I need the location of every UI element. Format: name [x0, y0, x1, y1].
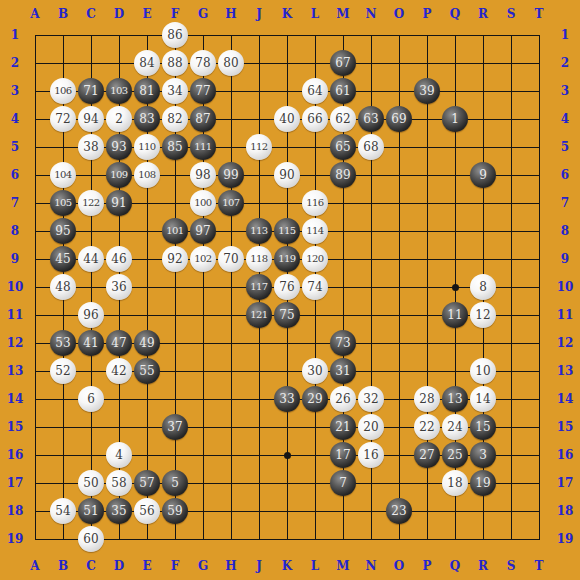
stone-H2[interactable]: 80	[218, 50, 244, 76]
stone-E18[interactable]: 56	[134, 498, 160, 524]
stone-L13[interactable]: 30	[302, 358, 328, 384]
row-label-12: 12	[550, 329, 580, 357]
stone-R16[interactable]: 3	[470, 442, 496, 468]
stone-R13[interactable]: 10	[470, 358, 496, 384]
column-label-K: K	[273, 6, 301, 22]
column-label-B: B	[49, 6, 77, 22]
stone-M12[interactable]: 73	[330, 330, 356, 356]
stone-B4[interactable]: 72	[50, 106, 76, 132]
stone-C17[interactable]: 50	[78, 470, 104, 496]
stone-D18[interactable]: 35	[106, 498, 132, 524]
stone-C11[interactable]: 96	[78, 302, 104, 328]
stone-O4[interactable]: 69	[386, 106, 412, 132]
column-label-E: E	[133, 6, 161, 22]
stone-M13[interactable]: 31	[330, 358, 356, 384]
stone-O18[interactable]: 23	[386, 498, 412, 524]
stone-M16[interactable]: 17	[330, 442, 356, 468]
stone-G5[interactable]: 111	[190, 134, 216, 160]
stone-D12[interactable]: 47	[106, 330, 132, 356]
stone-L14[interactable]: 29	[302, 386, 328, 412]
column-label-M: M	[329, 558, 357, 574]
row-label-18: 18	[550, 497, 580, 525]
stone-F2[interactable]: 88	[162, 50, 188, 76]
stone-Q11[interactable]: 11	[442, 302, 468, 328]
row-label-2: 2	[550, 49, 580, 77]
stone-Q16[interactable]: 25	[442, 442, 468, 468]
stone-Q14[interactable]: 13	[442, 386, 468, 412]
stone-G7[interactable]: 100	[190, 190, 216, 216]
stone-B9[interactable]: 45	[50, 246, 76, 272]
stone-J11[interactable]: 121	[246, 302, 272, 328]
stone-D9[interactable]: 46	[106, 246, 132, 272]
stone-E12[interactable]: 49	[134, 330, 160, 356]
stone-E2[interactable]: 84	[134, 50, 160, 76]
stone-H7[interactable]: 107	[218, 190, 244, 216]
column-label-O: O	[385, 6, 413, 22]
stone-L3[interactable]: 64	[302, 78, 328, 104]
column-label-S: S	[497, 6, 525, 22]
stone-D10[interactable]: 36	[106, 274, 132, 300]
column-label-H: H	[217, 558, 245, 574]
row-label-1: 1	[550, 21, 580, 49]
column-label-O: O	[385, 558, 413, 574]
column-label-H: H	[217, 6, 245, 22]
stone-C5[interactable]: 38	[78, 134, 104, 160]
stone-P16[interactable]: 27	[414, 442, 440, 468]
stone-J10[interactable]: 117	[246, 274, 272, 300]
row-label-14: 14	[550, 385, 580, 413]
column-label-Q: Q	[441, 558, 469, 574]
column-label-J: J	[245, 558, 273, 574]
stone-C14[interactable]: 6	[78, 386, 104, 412]
stone-M3[interactable]: 61	[330, 78, 356, 104]
stone-K6[interactable]: 90	[274, 162, 300, 188]
stone-R11[interactable]: 12	[470, 302, 496, 328]
go-board: ABCDEFGHJKLMNOPQRST ABCDEFGHJKLMNOPQRST …	[0, 0, 580, 580]
column-label-P: P	[413, 558, 441, 574]
column-label-F: F	[161, 6, 189, 22]
column-label-T: T	[525, 558, 553, 574]
stone-C3[interactable]: 71	[78, 78, 104, 104]
column-label-M: M	[329, 6, 357, 22]
column-label-E: E	[133, 558, 161, 574]
stone-M4[interactable]: 62	[330, 106, 356, 132]
stone-F17[interactable]: 5	[162, 470, 188, 496]
column-label-G: G	[189, 558, 217, 574]
stone-F18[interactable]: 59	[162, 498, 188, 524]
column-label-T: T	[525, 6, 553, 22]
stone-M2[interactable]: 67	[330, 50, 356, 76]
row-labels-right: 12345678910111213141516171819	[550, 21, 580, 553]
stone-D3[interactable]: 103	[106, 78, 132, 104]
column-label-D: D	[105, 6, 133, 22]
stone-N4[interactable]: 63	[358, 106, 384, 132]
stone-D16[interactable]: 4	[106, 442, 132, 468]
stone-F3[interactable]: 34	[162, 78, 188, 104]
stone-F5[interactable]: 85	[162, 134, 188, 160]
stone-layer[interactable]: 1234567891011121314151617181920212223242…	[21, 21, 553, 553]
stone-E5[interactable]: 110	[134, 134, 160, 160]
stone-K10[interactable]: 76	[274, 274, 300, 300]
column-label-A: A	[21, 558, 49, 574]
stone-C12[interactable]: 41	[78, 330, 104, 356]
row-label-8: 8	[550, 217, 580, 245]
row-label-19: 19	[550, 525, 580, 553]
stone-E13[interactable]: 55	[134, 358, 160, 384]
stone-N14[interactable]: 32	[358, 386, 384, 412]
stone-B10[interactable]: 48	[50, 274, 76, 300]
stone-E6[interactable]: 108	[134, 162, 160, 188]
stone-D13[interactable]: 42	[106, 358, 132, 384]
stone-B6[interactable]: 104	[50, 162, 76, 188]
stone-J5[interactable]: 112	[246, 134, 272, 160]
stone-B8[interactable]: 95	[50, 218, 76, 244]
column-label-C: C	[77, 558, 105, 574]
column-label-F: F	[161, 558, 189, 574]
column-label-Q: Q	[441, 6, 469, 22]
stone-G8[interactable]: 97	[190, 218, 216, 244]
row-label-7: 7	[550, 189, 580, 217]
column-label-L: L	[301, 6, 329, 22]
stone-Q17[interactable]: 18	[442, 470, 468, 496]
column-label-B: B	[49, 558, 77, 574]
stone-H9[interactable]: 70	[218, 246, 244, 272]
stone-K11[interactable]: 75	[274, 302, 300, 328]
stone-K9[interactable]: 119	[274, 246, 300, 272]
row-label-4: 4	[550, 105, 580, 133]
stone-R17[interactable]: 19	[470, 470, 496, 496]
stone-E4[interactable]: 83	[134, 106, 160, 132]
stone-M5[interactable]: 65	[330, 134, 356, 160]
stone-M17[interactable]: 7	[330, 470, 356, 496]
row-label-16: 16	[550, 441, 580, 469]
column-label-G: G	[189, 6, 217, 22]
stone-B12[interactable]: 53	[50, 330, 76, 356]
stone-F4[interactable]: 82	[162, 106, 188, 132]
stone-R10[interactable]: 8	[470, 274, 496, 300]
column-label-R: R	[469, 558, 497, 574]
stone-B18[interactable]: 54	[50, 498, 76, 524]
stone-D4[interactable]: 2	[106, 106, 132, 132]
stone-G4[interactable]: 87	[190, 106, 216, 132]
stone-P3[interactable]: 39	[414, 78, 440, 104]
column-label-A: A	[21, 6, 49, 22]
stone-L9[interactable]: 120	[302, 246, 328, 272]
stone-M14[interactable]: 26	[330, 386, 356, 412]
stone-M15[interactable]: 21	[330, 414, 356, 440]
stone-C7[interactable]: 122	[78, 190, 104, 216]
stone-H6[interactable]: 99	[218, 162, 244, 188]
stone-C19[interactable]: 60	[78, 526, 104, 552]
stone-F8[interactable]: 101	[162, 218, 188, 244]
stone-D5[interactable]: 93	[106, 134, 132, 160]
stone-P14[interactable]: 28	[414, 386, 440, 412]
stone-Q4[interactable]: 1	[442, 106, 468, 132]
column-label-L: L	[301, 558, 329, 574]
column-labels-top: ABCDEFGHJKLMNOPQRST	[21, 6, 553, 22]
stone-B3[interactable]: 106	[50, 78, 76, 104]
stone-Q15[interactable]: 24	[442, 414, 468, 440]
stone-N16[interactable]: 16	[358, 442, 384, 468]
stone-D7[interactable]: 91	[106, 190, 132, 216]
stone-C9[interactable]: 44	[78, 246, 104, 272]
row-label-13: 13	[550, 357, 580, 385]
column-label-N: N	[357, 6, 385, 22]
stone-L7[interactable]: 116	[302, 190, 328, 216]
column-label-K: K	[273, 558, 301, 574]
column-label-P: P	[413, 6, 441, 22]
stone-J9[interactable]: 118	[246, 246, 272, 272]
stone-G3[interactable]: 77	[190, 78, 216, 104]
column-label-D: D	[105, 558, 133, 574]
row-label-17: 17	[550, 469, 580, 497]
stone-E3[interactable]: 81	[134, 78, 160, 104]
row-label-15: 15	[550, 413, 580, 441]
stone-D6[interactable]: 109	[106, 162, 132, 188]
stone-K4[interactable]: 40	[274, 106, 300, 132]
row-label-3: 3	[550, 77, 580, 105]
stone-G6[interactable]: 98	[190, 162, 216, 188]
stone-E17[interactable]: 57	[134, 470, 160, 496]
stone-B13[interactable]: 52	[50, 358, 76, 384]
row-label-10: 10	[550, 273, 580, 301]
stone-L10[interactable]: 74	[302, 274, 328, 300]
stone-G2[interactable]: 78	[190, 50, 216, 76]
stone-L8[interactable]: 114	[302, 218, 328, 244]
column-label-R: R	[469, 6, 497, 22]
stone-B7[interactable]: 105	[50, 190, 76, 216]
column-labels-bottom: ABCDEFGHJKLMNOPQRST	[21, 558, 553, 574]
stone-F1[interactable]: 86	[162, 22, 188, 48]
stone-P15[interactable]: 22	[414, 414, 440, 440]
stone-R15[interactable]: 15	[470, 414, 496, 440]
stone-R14[interactable]: 14	[470, 386, 496, 412]
stone-J8[interactable]: 113	[246, 218, 272, 244]
column-label-N: N	[357, 558, 385, 574]
stone-C18[interactable]: 51	[78, 498, 104, 524]
stone-G9[interactable]: 102	[190, 246, 216, 272]
stone-F9[interactable]: 92	[162, 246, 188, 272]
stone-D17[interactable]: 58	[106, 470, 132, 496]
stone-M6[interactable]: 89	[330, 162, 356, 188]
stone-L4[interactable]: 66	[302, 106, 328, 132]
row-label-9: 9	[550, 245, 580, 273]
stone-N15[interactable]: 20	[358, 414, 384, 440]
stone-F15[interactable]: 37	[162, 414, 188, 440]
row-label-11: 11	[550, 301, 580, 329]
row-label-6: 6	[550, 161, 580, 189]
stone-K8[interactable]: 115	[274, 218, 300, 244]
row-label-5: 5	[550, 133, 580, 161]
column-label-J: J	[245, 6, 273, 22]
column-label-S: S	[497, 558, 525, 574]
stone-R6[interactable]: 9	[470, 162, 496, 188]
stone-K14[interactable]: 33	[274, 386, 300, 412]
stone-N5[interactable]: 68	[358, 134, 384, 160]
column-label-C: C	[77, 6, 105, 22]
stone-C4[interactable]: 94	[78, 106, 104, 132]
